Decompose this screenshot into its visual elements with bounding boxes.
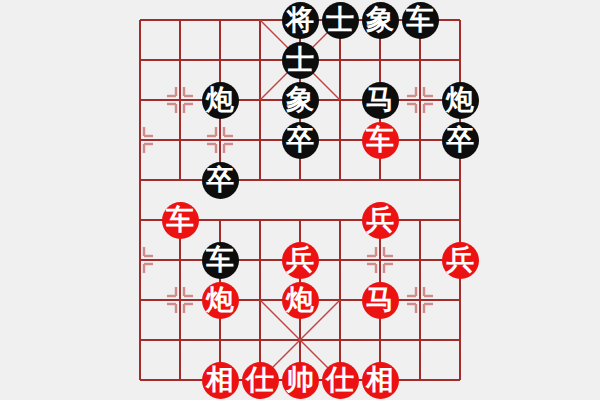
piece-black-马[interactable]: 马: [362, 82, 399, 119]
piece-red-兵[interactable]: 兵: [282, 242, 319, 279]
piece-red-车[interactable]: 车: [162, 202, 199, 239]
piece-black-将[interactable]: 将: [282, 2, 319, 39]
xiangqi-board: 将士象车士炮象马炮卒车卒卒车兵车兵兵炮炮马相仕帅仕相: [0, 0, 600, 400]
piece-black-卒[interactable]: 卒: [282, 122, 319, 159]
piece-red-兵[interactable]: 兵: [362, 202, 399, 239]
piece-black-炮[interactable]: 炮: [442, 82, 479, 119]
piece-red-仕[interactable]: 仕: [242, 362, 279, 399]
piece-red-兵[interactable]: 兵: [442, 242, 479, 279]
piece-red-仕[interactable]: 仕: [322, 362, 359, 399]
piece-black-象[interactable]: 象: [282, 82, 319, 119]
piece-red-车[interactable]: 车: [362, 122, 399, 159]
piece-black-士[interactable]: 士: [282, 42, 319, 79]
piece-red-炮[interactable]: 炮: [282, 282, 319, 319]
piece-black-炮[interactable]: 炮: [202, 82, 239, 119]
piece-red-相[interactable]: 相: [362, 362, 399, 399]
piece-red-马[interactable]: 马: [362, 282, 399, 319]
piece-black-卒[interactable]: 卒: [202, 162, 239, 199]
pieces-layer: 将士象车士炮象马炮卒车卒卒车兵车兵兵炮炮马相仕帅仕相: [0, 0, 600, 400]
piece-red-炮[interactable]: 炮: [202, 282, 239, 319]
piece-black-卒[interactable]: 卒: [442, 122, 479, 159]
piece-black-车[interactable]: 车: [402, 2, 439, 39]
piece-black-象[interactable]: 象: [362, 2, 399, 39]
piece-red-相[interactable]: 相: [202, 362, 239, 399]
piece-red-帅[interactable]: 帅: [282, 362, 319, 399]
piece-black-车[interactable]: 车: [202, 242, 239, 279]
piece-black-士[interactable]: 士: [322, 2, 359, 39]
